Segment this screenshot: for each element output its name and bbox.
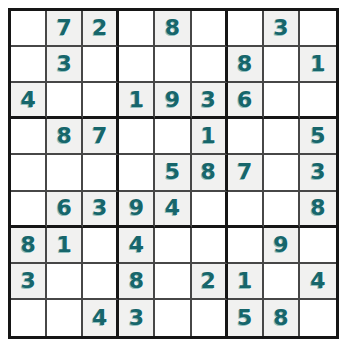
cell-r5c5: 5 xyxy=(155,155,191,191)
cell-r6c2: 6 xyxy=(47,192,83,228)
cell-r3c1: 4 xyxy=(11,83,47,119)
cell-r9c6[interactable] xyxy=(192,300,228,336)
cell-r2c9: 1 xyxy=(300,47,336,83)
cell-r3c7: 6 xyxy=(228,83,264,119)
cell-r6c5: 4 xyxy=(155,192,191,228)
cell-r6c4: 9 xyxy=(119,192,155,228)
cell-r2c6[interactable] xyxy=(192,47,228,83)
cell-r3c6: 3 xyxy=(192,83,228,119)
cell-r5c4[interactable] xyxy=(119,155,155,191)
cell-r3c8[interactable] xyxy=(264,83,300,119)
cell-r7c2: 1 xyxy=(47,228,83,264)
cell-r5c2[interactable] xyxy=(47,155,83,191)
page: 72833814193687155873639488149382144358 xyxy=(0,0,350,347)
cell-r1c5: 8 xyxy=(155,11,191,47)
cell-r2c8[interactable] xyxy=(264,47,300,83)
cell-r2c5[interactable] xyxy=(155,47,191,83)
cell-r4c3: 7 xyxy=(83,119,119,155)
cell-r2c3[interactable] xyxy=(83,47,119,83)
cell-r5c3[interactable] xyxy=(83,155,119,191)
cell-r8c9: 4 xyxy=(300,264,336,300)
cell-r8c5[interactable] xyxy=(155,264,191,300)
cell-r7c1: 8 xyxy=(11,228,47,264)
cell-r8c1: 3 xyxy=(11,264,47,300)
cell-r5c1[interactable] xyxy=(11,155,47,191)
cell-r8c3[interactable] xyxy=(83,264,119,300)
cell-r1c6[interactable] xyxy=(192,11,228,47)
cell-r9c5[interactable] xyxy=(155,300,191,336)
cell-r1c9[interactable] xyxy=(300,11,336,47)
sudoku-board: 72833814193687155873639488149382144358 xyxy=(8,8,339,339)
cell-r9c8: 8 xyxy=(264,300,300,336)
cell-r8c8[interactable] xyxy=(264,264,300,300)
cell-r9c2[interactable] xyxy=(47,300,83,336)
cell-r3c5: 9 xyxy=(155,83,191,119)
cell-r9c4: 3 xyxy=(119,300,155,336)
cell-r4c1[interactable] xyxy=(11,119,47,155)
cell-r7c7[interactable] xyxy=(228,228,264,264)
cell-r3c2[interactable] xyxy=(47,83,83,119)
cell-r1c1[interactable] xyxy=(11,11,47,47)
cell-r7c4: 4 xyxy=(119,228,155,264)
cell-r7c9[interactable] xyxy=(300,228,336,264)
cell-r4c7[interactable] xyxy=(228,119,264,155)
cell-r5c7: 7 xyxy=(228,155,264,191)
cell-r1c3: 2 xyxy=(83,11,119,47)
cell-r3c3[interactable] xyxy=(83,83,119,119)
cell-r4c5[interactable] xyxy=(155,119,191,155)
cell-r1c4[interactable] xyxy=(119,11,155,47)
cell-r5c8[interactable] xyxy=(264,155,300,191)
cell-r2c4[interactable] xyxy=(119,47,155,83)
cell-r2c7: 8 xyxy=(228,47,264,83)
cell-r1c7[interactable] xyxy=(228,11,264,47)
cell-r3c9[interactable] xyxy=(300,83,336,119)
cell-r9c7: 5 xyxy=(228,300,264,336)
cell-r5c9: 3 xyxy=(300,155,336,191)
cell-r6c9: 8 xyxy=(300,192,336,228)
cell-r6c6[interactable] xyxy=(192,192,228,228)
cell-r7c6[interactable] xyxy=(192,228,228,264)
cell-r9c3: 4 xyxy=(83,300,119,336)
cell-r8c6: 2 xyxy=(192,264,228,300)
cell-r1c2: 7 xyxy=(47,11,83,47)
cell-r6c1[interactable] xyxy=(11,192,47,228)
cell-r4c6: 1 xyxy=(192,119,228,155)
cell-r6c7[interactable] xyxy=(228,192,264,228)
cell-r8c4: 8 xyxy=(119,264,155,300)
cell-r2c1[interactable] xyxy=(11,47,47,83)
cell-r7c3[interactable] xyxy=(83,228,119,264)
cell-r4c8[interactable] xyxy=(264,119,300,155)
cell-r2c2: 3 xyxy=(47,47,83,83)
cell-r9c1[interactable] xyxy=(11,300,47,336)
cell-r4c9: 5 xyxy=(300,119,336,155)
cell-r5c6: 8 xyxy=(192,155,228,191)
cell-r3c4: 1 xyxy=(119,83,155,119)
cell-r4c2: 8 xyxy=(47,119,83,155)
cell-r6c8[interactable] xyxy=(264,192,300,228)
cell-r7c5[interactable] xyxy=(155,228,191,264)
cell-r8c7: 1 xyxy=(228,264,264,300)
cell-r9c9[interactable] xyxy=(300,300,336,336)
cell-r6c3: 3 xyxy=(83,192,119,228)
cell-r4c4[interactable] xyxy=(119,119,155,155)
cell-r7c8: 9 xyxy=(264,228,300,264)
cell-r1c8: 3 xyxy=(264,11,300,47)
cell-r8c2[interactable] xyxy=(47,264,83,300)
